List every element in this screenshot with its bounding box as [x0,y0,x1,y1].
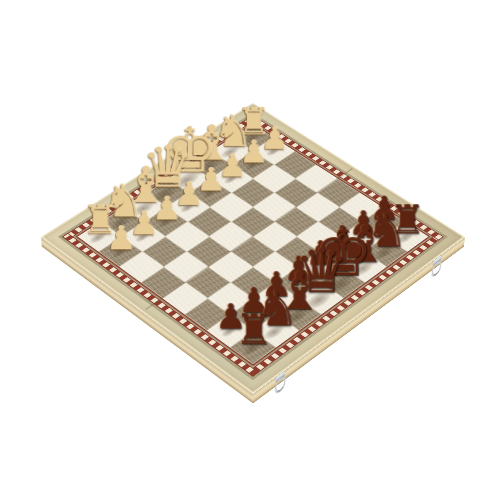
scene: ♜♟♞♟♝♟♚♟♛♟♝♟♟♞♜♟♟♜♞♟♟♝♟♚♟♛♟♝♟♞♟♜ [0,0,500,500]
white-pawn-glyph: ♟ [88,222,153,254]
chess-board: ♜♟♞♟♝♟♚♟♛♟♝♟♟♞♜♟♟♜♞♟♟♝♟♚♟♛♟♝♟♞♟♜ [41,103,465,394]
black-rook-glyph: ♜ [219,309,287,349]
product-photo: ♜♟♞♟♝♟♚♟♛♟♝♟♟♞♜♟♟♜♞♟♟♝♟♚♟♛♟♝♟♞♟♜ [0,0,500,500]
pieces-layer: ♜♟♞♟♝♟♚♟♛♟♝♟♟♞♜♟♟♜♞♟♟♝♟♚♟♛♟♝♟♞♟♜ [41,102,465,393]
